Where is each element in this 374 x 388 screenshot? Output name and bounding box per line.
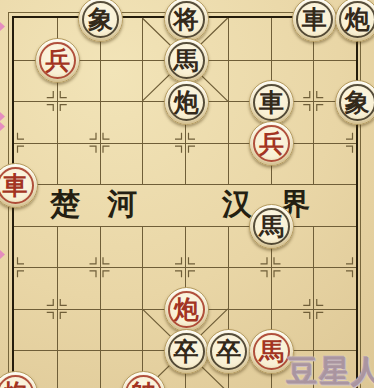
grid-cell [185,143,228,185]
edge-artifact [0,250,5,259]
grid-cell [57,350,100,388]
piece-glyph: 炮 [0,372,37,388]
edge-artifact [0,112,5,121]
piece-red-cannon[interactable]: 炮 [0,371,38,388]
grid-cell [271,267,314,309]
grid-cell [14,267,57,309]
piece-black-horse[interactable]: 馬 [164,38,209,83]
edge-artifact [0,22,5,31]
grid-cell [313,143,356,185]
grid-cell [100,101,143,143]
grid-cell [14,226,57,268]
grid-cell [185,226,228,268]
piece-glyph: 兵 [250,122,293,165]
grid-cell [57,267,100,309]
xiangqi-board: 楚河 汉界 象将車炮兵馬炮車象兵車馬炮卒卒馬炮帥 豆星人 [0,0,374,388]
piece-black-horse[interactable]: 馬 [249,204,294,249]
piece-red-soldier[interactable]: 兵 [249,121,294,166]
piece-black-general[interactable]: 将 [164,0,209,42]
piece-red-cannon[interactable]: 炮 [164,287,209,332]
grid-cell [142,226,185,268]
grid-cell [313,226,356,268]
piece-glyph: 馬 [250,205,293,248]
grid-cell [14,101,57,143]
piece-glyph: 卒 [165,330,208,373]
grid-cell [100,143,143,185]
grid-cell [100,60,143,102]
piece-glyph: 卒 [207,330,250,373]
piece-black-chariot[interactable]: 車 [292,0,337,42]
piece-glyph: 馬 [165,39,208,82]
grid-cell [14,309,57,351]
grid-cell [228,18,271,60]
piece-glyph: 将 [165,0,208,41]
river-label-left: 楚河 [50,187,164,221]
piece-red-general[interactable]: 帥 [121,371,166,388]
piece-red-soldier[interactable]: 兵 [35,38,80,83]
piece-glyph: 炮 [165,288,208,331]
grid-cell [57,226,100,268]
grid-cell [100,226,143,268]
piece-red-chariot[interactable]: 車 [0,163,38,208]
grid-cell [142,143,185,185]
piece-black-chariot[interactable]: 車 [249,80,294,125]
grid-cell [228,267,271,309]
piece-glyph: 象 [336,81,374,124]
grid-cell [57,143,100,185]
grid-cell [57,309,100,351]
piece-black-cannon[interactable]: 炮 [335,0,374,42]
piece-glyph: 炮 [336,0,374,41]
piece-black-cannon[interactable]: 炮 [164,80,209,125]
piece-black-elephant[interactable]: 象 [335,80,374,125]
piece-glyph: 車 [293,0,336,41]
grid-cell [57,101,100,143]
grid-cell [100,267,143,309]
piece-glyph: 象 [79,0,122,41]
piece-glyph: 炮 [165,81,208,124]
grid-cell [313,267,356,309]
edge-artifact [0,122,5,131]
watermark: 豆星人 [287,351,374,388]
grid-cell [313,309,356,351]
piece-glyph: 帥 [122,372,165,388]
piece-black-elephant[interactable]: 象 [78,0,123,42]
piece-black-soldier[interactable]: 卒 [164,329,209,374]
piece-glyph: 車 [250,81,293,124]
piece-black-soldier[interactable]: 卒 [206,329,251,374]
piece-glyph: 兵 [36,39,79,82]
piece-glyph: 車 [0,164,37,207]
grid-cell [100,309,143,351]
